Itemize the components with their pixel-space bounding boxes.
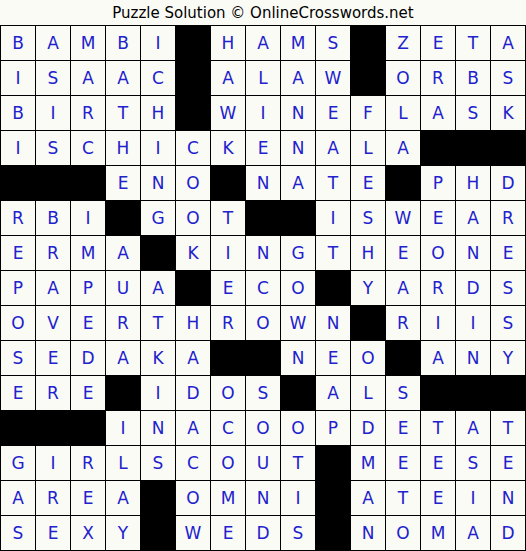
letter-cell: N (246, 481, 280, 515)
letter-cell: I (316, 201, 350, 235)
letter-cell: E (71, 481, 105, 515)
letter-cell: A (106, 341, 140, 375)
letter-cell: A (316, 376, 350, 410)
letter-cell: M (71, 236, 105, 270)
letter-cell: G (1, 446, 35, 480)
letter-cell: N (491, 481, 525, 515)
letter-cell: B (1, 26, 35, 60)
letter-cell: O (176, 481, 210, 515)
black-cell (456, 131, 490, 165)
black-cell (386, 166, 420, 200)
black-cell (351, 26, 385, 60)
letter-cell: M (281, 26, 315, 60)
letter-cell: H (176, 306, 210, 340)
letter-cell: N (246, 166, 280, 200)
letter-cell: E (491, 236, 525, 270)
letter-cell: N (281, 341, 315, 375)
letter-cell: A (211, 61, 245, 95)
letter-cell: D (456, 271, 490, 305)
letter-cell: A (106, 481, 140, 515)
letter-cell: G (281, 236, 315, 270)
letter-cell: C (71, 131, 105, 165)
letter-cell: L (246, 61, 280, 95)
letter-cell: P (1, 271, 35, 305)
letter-cell: E (36, 341, 70, 375)
letter-cell: I (1, 131, 35, 165)
letter-cell: I (456, 306, 490, 340)
letter-cell: Y (491, 341, 525, 375)
black-cell (386, 341, 420, 375)
letter-cell: H (106, 131, 140, 165)
letter-cell: N (281, 131, 315, 165)
letter-cell: H (141, 96, 175, 130)
letter-cell: W (176, 516, 210, 550)
black-cell (176, 26, 210, 60)
letter-cell: A (316, 131, 350, 165)
letter-cell: T (316, 236, 350, 270)
letter-cell: O (211, 376, 245, 410)
letter-cell: A (456, 516, 490, 550)
letter-cell: K (141, 341, 175, 375)
letter-cell: P (316, 411, 350, 445)
letter-cell: N (141, 166, 175, 200)
letter-cell: Y (106, 516, 140, 550)
letter-cell: K (176, 236, 210, 270)
black-cell (1, 411, 35, 445)
black-cell (36, 411, 70, 445)
letter-cell: I (281, 481, 315, 515)
letter-cell: Z (386, 26, 420, 60)
black-cell (351, 306, 385, 340)
letter-cell: C (211, 411, 245, 445)
letter-cell: N (316, 306, 350, 340)
letter-cell: K (211, 131, 245, 165)
black-cell (106, 201, 140, 235)
letter-cell: A (106, 61, 140, 95)
letter-cell: A (281, 61, 315, 95)
letter-cell: T (456, 26, 490, 60)
letter-cell: E (246, 131, 280, 165)
letter-cell: R (386, 306, 420, 340)
letter-cell: O (246, 411, 280, 445)
letter-cell: L (106, 446, 140, 480)
black-cell (211, 341, 245, 375)
letter-cell: O (281, 271, 315, 305)
letter-cell: E (71, 376, 105, 410)
black-cell (176, 61, 210, 95)
letter-cell: I (106, 411, 140, 445)
letter-cell: I (36, 446, 70, 480)
letter-cell: S (36, 61, 70, 95)
letter-cell: A (176, 341, 210, 375)
letter-cell: A (36, 26, 70, 60)
black-cell (106, 376, 140, 410)
black-cell (141, 481, 175, 515)
black-cell (491, 376, 525, 410)
letter-cell: W (211, 96, 245, 130)
letter-cell: I (421, 306, 455, 340)
letter-cell: E (351, 166, 385, 200)
letter-cell: S (491, 306, 525, 340)
letter-cell: U (106, 271, 140, 305)
letter-cell: K (491, 96, 525, 130)
black-cell (176, 96, 210, 130)
letter-cell: S (456, 96, 490, 130)
letter-cell: E (421, 26, 455, 60)
letter-cell: B (456, 61, 490, 95)
letter-cell: R (71, 96, 105, 130)
letter-cell: R (36, 376, 70, 410)
black-cell (246, 341, 280, 375)
black-cell (211, 166, 245, 200)
letter-cell: B (106, 26, 140, 60)
letter-cell: S (491, 61, 525, 95)
letter-cell: N (456, 236, 490, 270)
letter-cell: R (491, 201, 525, 235)
letter-cell: I (141, 376, 175, 410)
letter-cell: S (36, 131, 70, 165)
letter-cell: A (141, 271, 175, 305)
black-cell (316, 516, 350, 550)
letter-cell: O (386, 516, 420, 550)
letter-cell: S (351, 201, 385, 235)
letter-cell: D (491, 166, 525, 200)
letter-cell: E (421, 201, 455, 235)
letter-cell: A (246, 26, 280, 60)
letter-cell: R (421, 61, 455, 95)
letter-cell: S (246, 376, 280, 410)
letter-cell: A (456, 411, 490, 445)
letter-cell: E (386, 446, 420, 480)
letter-cell: I (211, 236, 245, 270)
letter-cell: A (456, 201, 490, 235)
letter-cell: L (386, 96, 420, 130)
letter-cell: W (316, 61, 350, 95)
letter-cell: O (176, 201, 210, 235)
letter-cell: A (491, 26, 525, 60)
letter-cell: D (351, 411, 385, 445)
letter-cell: E (386, 236, 420, 270)
letter-cell: T (316, 166, 350, 200)
black-cell (456, 376, 490, 410)
black-cell (71, 166, 105, 200)
letter-cell: R (211, 306, 245, 340)
letter-cell: M (351, 446, 385, 480)
black-cell (421, 131, 455, 165)
letter-cell: C (176, 446, 210, 480)
black-cell (316, 271, 350, 305)
letter-cell: N (456, 341, 490, 375)
letter-cell: R (71, 446, 105, 480)
letter-cell: R (36, 481, 70, 515)
letter-cell: H (456, 166, 490, 200)
letter-cell: E (211, 516, 245, 550)
letter-cell: I (71, 201, 105, 235)
letter-cell: I (141, 131, 175, 165)
letter-cell: N (351, 516, 385, 550)
letter-cell: A (386, 131, 420, 165)
letter-cell: N (281, 96, 315, 130)
letter-cell: T (491, 411, 525, 445)
letter-cell: L (351, 376, 385, 410)
letter-cell: M (421, 516, 455, 550)
letter-cell: A (36, 271, 70, 305)
black-cell (351, 61, 385, 95)
letter-cell: O (281, 411, 315, 445)
letter-cell: I (1, 61, 35, 95)
black-cell (71, 411, 105, 445)
letter-cell: I (141, 26, 175, 60)
letter-cell: S (386, 376, 420, 410)
letter-cell: E (421, 446, 455, 480)
letter-cell: A (106, 236, 140, 270)
letter-cell: D (176, 376, 210, 410)
letter-cell: T (141, 306, 175, 340)
letter-cell: L (351, 131, 385, 165)
letter-cell: A (351, 481, 385, 515)
letter-cell: T (421, 411, 455, 445)
letter-cell: I (246, 96, 280, 130)
letter-cell: M (71, 26, 105, 60)
letter-cell: E (36, 516, 70, 550)
letter-cell: E (1, 236, 35, 270)
letter-cell: A (421, 96, 455, 130)
letter-cell: N (246, 236, 280, 270)
letter-cell: O (351, 341, 385, 375)
letter-cell: B (1, 96, 35, 130)
black-cell (316, 481, 350, 515)
letter-cell: H (211, 26, 245, 60)
letter-cell: E (386, 411, 420, 445)
letter-cell: E (1, 376, 35, 410)
letter-cell: D (246, 516, 280, 550)
letter-cell: F (351, 96, 385, 130)
letter-cell: O (386, 61, 420, 95)
letter-cell: R (106, 306, 140, 340)
letter-cell: D (71, 341, 105, 375)
letter-cell: X (71, 516, 105, 550)
letter-cell: E (491, 446, 525, 480)
letter-cell: A (1, 481, 35, 515)
letter-cell: A (421, 341, 455, 375)
letter-cell: I (456, 481, 490, 515)
black-cell (491, 131, 525, 165)
letter-cell: P (71, 271, 105, 305)
letter-cell: S (141, 446, 175, 480)
letter-cell: R (36, 236, 70, 270)
letter-cell: E (211, 271, 245, 305)
black-cell (316, 446, 350, 480)
letter-cell: C (176, 131, 210, 165)
letter-cell: R (421, 271, 455, 305)
letter-cell: O (1, 306, 35, 340)
black-cell (141, 516, 175, 550)
letter-cell: E (316, 96, 350, 130)
letter-cell: S (1, 516, 35, 550)
letter-cell: I (36, 96, 70, 130)
letter-cell: O (246, 306, 280, 340)
letter-cell: P (421, 166, 455, 200)
letter-cell: T (211, 201, 245, 235)
letter-cell: W (386, 201, 420, 235)
black-cell (421, 376, 455, 410)
letter-cell: A (71, 61, 105, 95)
letter-cell: M (211, 481, 245, 515)
letter-cell: E (106, 166, 140, 200)
letter-cell: T (106, 96, 140, 130)
black-cell (141, 236, 175, 270)
letter-cell: U (246, 446, 280, 480)
page-title: Puzzle Solution © OnlineCrosswords.net (0, 0, 526, 25)
letter-cell: S (1, 341, 35, 375)
letter-cell: O (176, 166, 210, 200)
letter-cell: S (281, 516, 315, 550)
crossword-grid: BAMBIHAMSZETAISAACALAWORBSBIRTHWINEFLASK… (0, 25, 526, 551)
letter-cell: E (421, 481, 455, 515)
black-cell (281, 201, 315, 235)
letter-cell: A (176, 411, 210, 445)
letter-cell: A (281, 166, 315, 200)
black-cell (281, 376, 315, 410)
letter-cell: O (421, 236, 455, 270)
crossword-solution-page: Puzzle Solution © OnlineCrosswords.net B… (0, 0, 526, 551)
letter-cell: C (141, 61, 175, 95)
letter-cell: N (141, 411, 175, 445)
letter-cell: R (1, 201, 35, 235)
letter-cell: W (281, 306, 315, 340)
letter-cell: A (386, 271, 420, 305)
letter-cell: E (71, 306, 105, 340)
letter-cell: O (211, 446, 245, 480)
letter-cell: S (456, 446, 490, 480)
letter-cell: B (36, 201, 70, 235)
letter-cell: H (351, 236, 385, 270)
black-cell (246, 201, 280, 235)
black-cell (36, 166, 70, 200)
black-cell (176, 271, 210, 305)
letter-cell: C (246, 271, 280, 305)
letter-cell: Y (351, 271, 385, 305)
letter-cell: D (491, 516, 525, 550)
black-cell (1, 166, 35, 200)
letter-cell: G (141, 201, 175, 235)
letter-cell: T (281, 446, 315, 480)
letter-cell: E (316, 341, 350, 375)
letter-cell: V (36, 306, 70, 340)
letter-cell: S (316, 26, 350, 60)
letter-cell: T (386, 481, 420, 515)
letter-cell: S (491, 271, 525, 305)
